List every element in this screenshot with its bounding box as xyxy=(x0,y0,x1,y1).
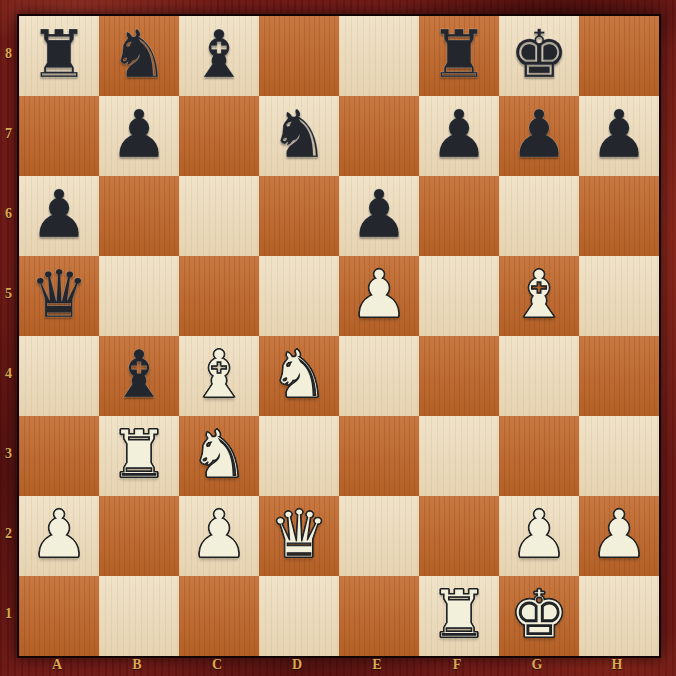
file-label-d: D xyxy=(257,656,337,674)
rank-label-5: 5 xyxy=(0,284,17,304)
square-g7[interactable]: ♟ xyxy=(499,96,579,176)
file-label-c: C xyxy=(177,656,257,674)
square-f7[interactable]: ♟ xyxy=(419,96,499,176)
piece-white-knight[interactable]: ♞ xyxy=(179,416,259,496)
square-h3[interactable] xyxy=(579,416,659,496)
square-c7[interactable] xyxy=(179,96,259,176)
square-a7[interactable] xyxy=(19,96,99,176)
square-g6[interactable] xyxy=(499,176,579,256)
piece-white-queen[interactable]: ♛ xyxy=(259,496,339,576)
rank-label-2: 2 xyxy=(0,524,17,544)
square-g3[interactable] xyxy=(499,416,579,496)
square-b7[interactable]: ♟ xyxy=(99,96,179,176)
piece-white-king[interactable]: ♚ xyxy=(499,576,579,656)
square-h4[interactable] xyxy=(579,336,659,416)
file-label-e: E xyxy=(337,656,417,674)
piece-black-knight[interactable]: ♞ xyxy=(259,96,339,176)
rank-label-4: 4 xyxy=(0,364,17,384)
rank-label-7: 7 xyxy=(0,124,17,144)
square-f5[interactable] xyxy=(419,256,499,336)
file-label-b: B xyxy=(97,656,177,674)
square-g2[interactable]: ♟ xyxy=(499,496,579,576)
chess-board-frame: ♜♞♝♜♚♟♞♟♟♟♟♟♛♟♝♝♝♞♜♞♟♟♛♟♟♜♚ 87654321ABCD… xyxy=(0,0,676,676)
square-f3[interactable] xyxy=(419,416,499,496)
piece-black-pawn[interactable]: ♟ xyxy=(19,176,99,256)
square-h1[interactable] xyxy=(579,576,659,656)
rank-label-3: 3 xyxy=(0,444,17,464)
square-h5[interactable] xyxy=(579,256,659,336)
square-a2[interactable]: ♟ xyxy=(19,496,99,576)
piece-white-rook[interactable]: ♜ xyxy=(99,416,179,496)
square-d7[interactable]: ♞ xyxy=(259,96,339,176)
piece-black-pawn[interactable]: ♟ xyxy=(579,96,659,176)
piece-black-pawn[interactable]: ♟ xyxy=(99,96,179,176)
piece-white-pawn[interactable]: ♟ xyxy=(579,496,659,576)
square-c1[interactable] xyxy=(179,576,259,656)
square-d5[interactable] xyxy=(259,256,339,336)
square-g4[interactable] xyxy=(499,336,579,416)
square-b4[interactable]: ♝ xyxy=(99,336,179,416)
square-d3[interactable] xyxy=(259,416,339,496)
square-b5[interactable] xyxy=(99,256,179,336)
square-h8[interactable] xyxy=(579,16,659,96)
square-c8[interactable]: ♝ xyxy=(179,16,259,96)
piece-black-rook[interactable]: ♜ xyxy=(419,16,499,96)
file-label-f: F xyxy=(417,656,497,674)
square-a3[interactable] xyxy=(19,416,99,496)
square-d2[interactable]: ♛ xyxy=(259,496,339,576)
piece-black-knight[interactable]: ♞ xyxy=(99,16,179,96)
square-b8[interactable]: ♞ xyxy=(99,16,179,96)
square-h2[interactable]: ♟ xyxy=(579,496,659,576)
rank-label-8: 8 xyxy=(0,44,17,64)
piece-white-rook[interactable]: ♜ xyxy=(419,576,499,656)
piece-white-pawn[interactable]: ♟ xyxy=(19,496,99,576)
square-f1[interactable]: ♜ xyxy=(419,576,499,656)
square-e8[interactable] xyxy=(339,16,419,96)
piece-black-bishop[interactable]: ♝ xyxy=(99,336,179,416)
square-c5[interactable] xyxy=(179,256,259,336)
square-a5[interactable]: ♛ xyxy=(19,256,99,336)
piece-black-bishop[interactable]: ♝ xyxy=(179,16,259,96)
rank-label-1: 1 xyxy=(0,604,17,624)
piece-white-bishop[interactable]: ♝ xyxy=(499,256,579,336)
square-e3[interactable] xyxy=(339,416,419,496)
square-g8[interactable]: ♚ xyxy=(499,16,579,96)
square-c4[interactable]: ♝ xyxy=(179,336,259,416)
file-label-a: A xyxy=(17,656,97,674)
piece-black-pawn[interactable]: ♟ xyxy=(339,176,419,256)
file-label-h: H xyxy=(577,656,657,674)
chess-board: ♜♞♝♜♚♟♞♟♟♟♟♟♛♟♝♝♝♞♜♞♟♟♛♟♟♜♚ xyxy=(17,14,661,658)
piece-black-pawn[interactable]: ♟ xyxy=(419,96,499,176)
square-d6[interactable] xyxy=(259,176,339,256)
square-g5[interactable]: ♝ xyxy=(499,256,579,336)
piece-black-pawn[interactable]: ♟ xyxy=(499,96,579,176)
square-a1[interactable] xyxy=(19,576,99,656)
square-e4[interactable] xyxy=(339,336,419,416)
square-g1[interactable]: ♚ xyxy=(499,576,579,656)
square-e6[interactable]: ♟ xyxy=(339,176,419,256)
square-d1[interactable] xyxy=(259,576,339,656)
square-c2[interactable]: ♟ xyxy=(179,496,259,576)
square-e5[interactable]: ♟ xyxy=(339,256,419,336)
square-f4[interactable] xyxy=(419,336,499,416)
square-a6[interactable]: ♟ xyxy=(19,176,99,256)
square-e1[interactable] xyxy=(339,576,419,656)
piece-black-king[interactable]: ♚ xyxy=(499,16,579,96)
square-f2[interactable] xyxy=(419,496,499,576)
piece-white-pawn[interactable]: ♟ xyxy=(499,496,579,576)
square-d4[interactable]: ♞ xyxy=(259,336,339,416)
square-e7[interactable] xyxy=(339,96,419,176)
piece-white-pawn[interactable]: ♟ xyxy=(179,496,259,576)
square-a4[interactable] xyxy=(19,336,99,416)
square-b6[interactable] xyxy=(99,176,179,256)
square-f8[interactable]: ♜ xyxy=(419,16,499,96)
square-b3[interactable]: ♜ xyxy=(99,416,179,496)
square-h7[interactable]: ♟ xyxy=(579,96,659,176)
piece-white-knight[interactable]: ♞ xyxy=(259,336,339,416)
file-label-g: G xyxy=(497,656,577,674)
square-h6[interactable] xyxy=(579,176,659,256)
piece-black-rook[interactable]: ♜ xyxy=(19,16,99,96)
square-c6[interactable] xyxy=(179,176,259,256)
piece-white-pawn[interactable]: ♟ xyxy=(339,256,419,336)
rank-label-6: 6 xyxy=(0,204,17,224)
square-f6[interactable] xyxy=(419,176,499,256)
piece-black-queen[interactable]: ♛ xyxy=(19,256,99,336)
square-b2[interactable] xyxy=(99,496,179,576)
square-d8[interactable] xyxy=(259,16,339,96)
square-b1[interactable] xyxy=(99,576,179,656)
square-a8[interactable]: ♜ xyxy=(19,16,99,96)
piece-white-bishop[interactable]: ♝ xyxy=(179,336,259,416)
square-c3[interactable]: ♞ xyxy=(179,416,259,496)
square-e2[interactable] xyxy=(339,496,419,576)
